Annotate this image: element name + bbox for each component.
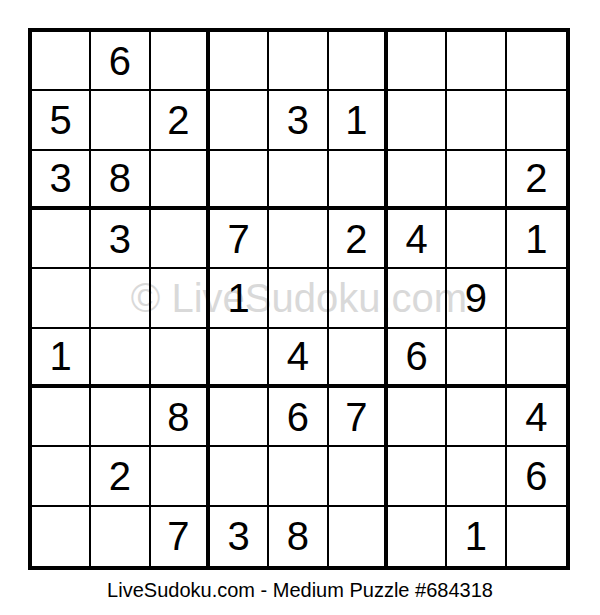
cell-r2c8[interactable] — [447, 91, 506, 150]
cell-r7c4[interactable] — [210, 388, 269, 447]
cell-r8c6[interactable] — [329, 447, 388, 506]
cell-r1c6[interactable] — [329, 32, 388, 91]
cell-r8c4[interactable] — [210, 447, 269, 506]
cell-r5c6[interactable] — [329, 269, 388, 328]
cell-r4c1[interactable] — [32, 210, 91, 269]
sudoku-board: 6523138237241191468674267381 — [28, 28, 570, 570]
cell-r5c1[interactable] — [32, 269, 91, 328]
cell-r3c6[interactable] — [329, 151, 388, 210]
cell-r6c8[interactable] — [447, 329, 506, 388]
cell-r8c5[interactable] — [269, 447, 328, 506]
cell-r8c3[interactable] — [151, 447, 210, 506]
cell-r1c5[interactable] — [269, 32, 328, 91]
cell-r8c9[interactable]: 6 — [507, 447, 566, 506]
cell-r3c2[interactable]: 8 — [91, 151, 150, 210]
cell-r6c7[interactable]: 6 — [388, 329, 447, 388]
cell-r1c9[interactable] — [507, 32, 566, 91]
cell-r3c4[interactable] — [210, 151, 269, 210]
cell-r1c4[interactable] — [210, 32, 269, 91]
cell-r1c8[interactable] — [447, 32, 506, 91]
cell-r9c8[interactable]: 1 — [447, 507, 506, 566]
cell-r5c5[interactable] — [269, 269, 328, 328]
cell-r7c2[interactable] — [91, 388, 150, 447]
cell-r7c7[interactable] — [388, 388, 447, 447]
cell-r9c4[interactable]: 3 — [210, 507, 269, 566]
cell-r4c5[interactable] — [269, 210, 328, 269]
cell-r2c1[interactable]: 5 — [32, 91, 91, 150]
cell-r7c6[interactable]: 7 — [329, 388, 388, 447]
cell-r1c2[interactable]: 6 — [91, 32, 150, 91]
cell-r6c9[interactable] — [507, 329, 566, 388]
cell-r2c2[interactable] — [91, 91, 150, 150]
cell-r4c7[interactable]: 4 — [388, 210, 447, 269]
cell-r2c7[interactable] — [388, 91, 447, 150]
cell-r6c5[interactable]: 4 — [269, 329, 328, 388]
cell-r2c5[interactable]: 3 — [269, 91, 328, 150]
cell-r1c3[interactable] — [151, 32, 210, 91]
cell-r9c3[interactable]: 7 — [151, 507, 210, 566]
cell-r4c3[interactable] — [151, 210, 210, 269]
cell-r3c8[interactable] — [447, 151, 506, 210]
cell-r2c6[interactable]: 1 — [329, 91, 388, 150]
cell-r6c3[interactable] — [151, 329, 210, 388]
cell-r3c9[interactable]: 2 — [507, 151, 566, 210]
cell-r9c6[interactable] — [329, 507, 388, 566]
cell-r3c7[interactable] — [388, 151, 447, 210]
cell-r5c8[interactable]: 9 — [447, 269, 506, 328]
cell-r4c2[interactable]: 3 — [91, 210, 150, 269]
cell-r9c7[interactable] — [388, 507, 447, 566]
sudoku-page: © LiveSudoku.com 65231382372411914686742… — [0, 0, 600, 615]
cell-r5c3[interactable] — [151, 269, 210, 328]
cell-r7c8[interactable] — [447, 388, 506, 447]
cell-r9c9[interactable] — [507, 507, 566, 566]
cell-r5c7[interactable] — [388, 269, 447, 328]
cell-r7c9[interactable]: 4 — [507, 388, 566, 447]
cell-r8c8[interactable] — [447, 447, 506, 506]
cell-r6c6[interactable] — [329, 329, 388, 388]
cell-r5c4[interactable]: 1 — [210, 269, 269, 328]
cell-r6c1[interactable]: 1 — [32, 329, 91, 388]
cell-r5c2[interactable] — [91, 269, 150, 328]
cell-r7c3[interactable]: 8 — [151, 388, 210, 447]
cell-r4c9[interactable]: 1 — [507, 210, 566, 269]
cell-r7c5[interactable]: 6 — [269, 388, 328, 447]
cell-r3c5[interactable] — [269, 151, 328, 210]
caption: LiveSudoku.com - Medium Puzzle #684318 — [0, 579, 600, 602]
cell-r3c1[interactable]: 3 — [32, 151, 91, 210]
cell-r8c7[interactable] — [388, 447, 447, 506]
cell-r9c1[interactable] — [32, 507, 91, 566]
cell-r6c4[interactable] — [210, 329, 269, 388]
cell-r1c1[interactable] — [32, 32, 91, 91]
cell-r7c1[interactable] — [32, 388, 91, 447]
cell-r1c7[interactable] — [388, 32, 447, 91]
cell-r2c9[interactable] — [507, 91, 566, 150]
cell-r2c4[interactable] — [210, 91, 269, 150]
cell-r4c4[interactable]: 7 — [210, 210, 269, 269]
cell-r8c2[interactable]: 2 — [91, 447, 150, 506]
cell-r9c2[interactable] — [91, 507, 150, 566]
cell-r2c3[interactable]: 2 — [151, 91, 210, 150]
cell-r3c3[interactable] — [151, 151, 210, 210]
cell-r8c1[interactable] — [32, 447, 91, 506]
cell-r4c8[interactable] — [447, 210, 506, 269]
cell-r5c9[interactable] — [507, 269, 566, 328]
cell-r4c6[interactable]: 2 — [329, 210, 388, 269]
cell-r6c2[interactable] — [91, 329, 150, 388]
cell-r9c5[interactable]: 8 — [269, 507, 328, 566]
